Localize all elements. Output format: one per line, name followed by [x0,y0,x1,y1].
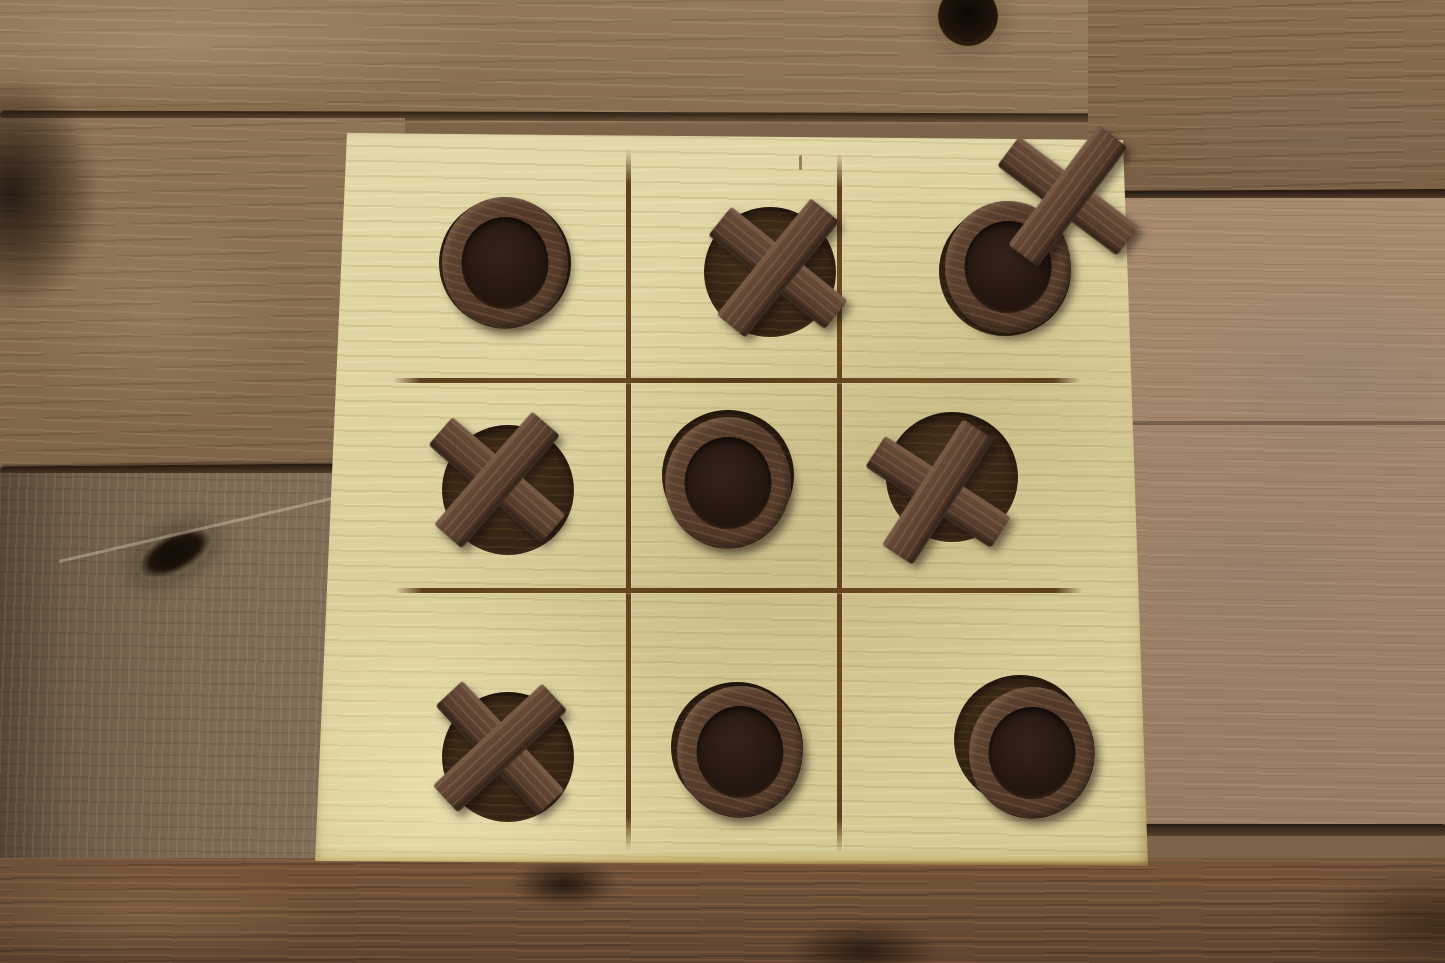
plank-seam-right [1120,421,1445,425]
scene [0,0,1445,963]
spare-piece-x[interactable] [983,111,1152,280]
cell-bottom-middle[interactable] [628,590,840,866]
piece-o[interactable] [677,686,803,818]
piece-o[interactable] [665,417,791,549]
piece-x[interactable] [422,670,577,825]
x-bar-2 [882,419,995,565]
cell-bottom-right[interactable] [840,590,1148,866]
piece-x[interactable] [417,400,577,560]
cell-top-left[interactable] [315,133,628,380]
cell-center[interactable] [628,380,840,590]
cell-top-middle[interactable] [628,133,840,380]
piece-x[interactable] [696,186,861,351]
wood-plank-bottom [0,858,1445,963]
knot-bottom-left [510,860,620,908]
piece-o[interactable] [442,197,568,329]
cell-middle-right[interactable] [840,380,1148,590]
wood-plank-right-top [1088,0,1445,196]
piece-o[interactable] [969,687,1095,819]
piece-x[interactable] [849,403,1027,581]
cell-bottom-left[interactable] [315,590,628,866]
cell-middle-left[interactable] [315,380,628,590]
